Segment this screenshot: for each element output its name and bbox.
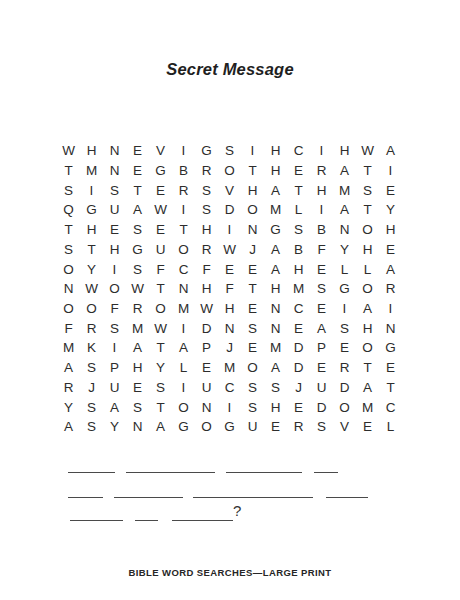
grid-cell[interactable]: R [57,378,80,398]
grid-cell[interactable]: S [195,200,218,220]
grid-cell[interactable]: M [333,180,356,200]
grid-cell[interactable]: N [103,161,126,181]
grid-cell[interactable]: U [195,378,218,398]
grid-cell[interactable]: U [103,200,126,220]
grid-cell[interactable]: J [287,378,310,398]
word-search-grid: WHNEVIGSIHCIHWATMNEGBROTHERATISISTERSVHA… [57,141,402,437]
grid-cell[interactable]: T [356,161,379,181]
grid-cell[interactable]: Y [103,417,126,437]
grid-cell[interactable]: E [126,378,149,398]
grid-cell[interactable]: E [264,417,287,437]
grid-cell[interactable]: H [379,220,402,240]
grid-cell[interactable]: G [149,161,172,181]
grid-cell[interactable]: E [310,259,333,279]
grid-cell[interactable]: E [103,220,126,240]
answer-blank[interactable] [114,497,183,498]
grid-cell[interactable]: O [241,200,264,220]
grid-cell[interactable]: E [287,161,310,181]
grid-cell[interactable]: O [356,338,379,358]
grid-cell[interactable]: O [333,398,356,418]
grid-cell[interactable]: T [356,358,379,378]
grid-cell[interactable]: W [80,279,103,299]
grid-cell[interactable]: L [172,358,195,378]
grid-cell[interactable]: Q [57,200,80,220]
grid-cell[interactable]: S [103,319,126,339]
grid-cell[interactable]: E [126,141,149,161]
grid-cell[interactable]: I [333,299,356,319]
grid-cell[interactable]: N [195,398,218,418]
grid-cell[interactable]: P [310,338,333,358]
grid-cell[interactable]: G [80,200,103,220]
grid-cell[interactable]: E [310,299,333,319]
grid-cell[interactable]: T [149,279,172,299]
grid-cell[interactable]: O [241,358,264,378]
grid-cell[interactable]: C [287,141,310,161]
answer-blank[interactable] [314,472,338,473]
answer-blank[interactable] [326,497,368,498]
grid-cell[interactable]: A [172,338,195,358]
answer-blank[interactable] [68,472,115,473]
grid-cell[interactable]: T [356,200,379,220]
grid-cell[interactable]: H [241,180,264,200]
grid-cell[interactable]: A [264,180,287,200]
grid-cell[interactable]: G [264,220,287,240]
grid-cell[interactable]: S [80,417,103,437]
grid-cell[interactable]: A [310,319,333,339]
grid-cell[interactable]: W [218,240,241,260]
grid-cell[interactable]: P [195,338,218,358]
grid-cell[interactable]: H [126,358,149,378]
grid-cell[interactable]: S [126,398,149,418]
grid-cell[interactable]: E [287,398,310,418]
grid-cell[interactable]: J [218,338,241,358]
grid-cell[interactable]: O [218,161,241,181]
grid-cell[interactable]: S [356,180,379,200]
grid-cell[interactable]: C [218,378,241,398]
grid-cell[interactable]: M [287,279,310,299]
grid-cell[interactable]: W [149,319,172,339]
grid-cell[interactable]: H [356,319,379,339]
grid-cell[interactable]: T [80,240,103,260]
grid-cell[interactable]: M [126,319,149,339]
grid-cell[interactable]: E [149,180,172,200]
grid-cell[interactable]: A [126,338,149,358]
grid-cell[interactable]: C [287,299,310,319]
grid-cell[interactable]: I [218,398,241,418]
grid-cell[interactable]: I [172,200,195,220]
grid-cell[interactable]: A [333,200,356,220]
grid-cell[interactable]: A [103,398,126,418]
grid-cell[interactable]: J [241,240,264,260]
grid-cell[interactable]: H [218,299,241,319]
grid-cell[interactable]: B [287,240,310,260]
grid-cell[interactable]: W [356,141,379,161]
grid-cell[interactable]: E [241,259,264,279]
grid-cell[interactable]: I [172,319,195,339]
grid-cell[interactable]: Y [149,358,172,378]
grid-cell[interactable]: I [172,141,195,161]
grid-cell[interactable]: M [172,299,195,319]
grid-cell[interactable]: N [126,417,149,437]
grid-cell[interactable]: V [149,141,172,161]
grid-cell[interactable]: I [379,299,402,319]
grid-cell[interactable]: H [103,240,126,260]
grid-cell[interactable]: S [57,240,80,260]
grid-cell[interactable]: E [356,417,379,437]
grid-cell[interactable]: I [310,200,333,220]
grid-cell[interactable]: W [149,200,172,220]
grid-cell[interactable]: W [195,299,218,319]
grid-cell[interactable]: J [80,378,103,398]
grid-cell[interactable]: A [264,240,287,260]
grid-cell[interactable]: D [287,338,310,358]
grid-cell[interactable]: K [80,338,103,358]
grid-cell[interactable]: T [126,180,149,200]
grid-cell[interactable]: E [149,220,172,240]
grid-cell[interactable]: A [126,200,149,220]
grid-cell[interactable]: I [218,220,241,240]
answer-blank[interactable] [126,472,215,473]
grid-cell[interactable]: R [195,161,218,181]
grid-cell[interactable]: M [80,161,103,181]
grid-cell[interactable]: N [264,319,287,339]
grid-cell[interactable]: H [195,220,218,240]
grid-cell[interactable]: B [172,161,195,181]
grid-cell[interactable]: A [379,259,402,279]
grid-cell[interactable]: T [149,398,172,418]
grid-cell[interactable]: O [149,299,172,319]
answer-blank[interactable] [226,472,302,473]
grid-cell[interactable]: T [241,161,264,181]
grid-cell[interactable]: S [57,180,80,200]
grid-cell[interactable]: R [287,417,310,437]
grid-cell[interactable]: G [333,279,356,299]
grid-cell[interactable]: S [149,378,172,398]
answer-blank[interactable] [193,497,313,498]
grid-cell[interactable]: A [333,161,356,181]
grid-cell[interactable]: H [80,141,103,161]
grid-cell[interactable]: C [172,259,195,279]
grid-cell[interactable]: S [264,378,287,398]
grid-cell[interactable]: A [57,358,80,378]
grid-cell[interactable]: D [333,378,356,398]
grid-cell[interactable]: G [195,141,218,161]
answer-blank[interactable] [135,520,158,521]
grid-cell[interactable]: S [195,180,218,200]
grid-cell[interactable]: H [310,180,333,200]
grid-cell[interactable]: E [287,319,310,339]
grid-cell[interactable]: E [310,358,333,378]
grid-cell[interactable]: D [287,358,310,378]
page-footer: BIBLE WORD SEARCHES—LARGE PRINT [0,567,460,578]
grid-cell[interactable]: H [264,279,287,299]
grid-cell[interactable]: I [103,338,126,358]
grid-cell[interactable]: H [264,398,287,418]
grid-cell[interactable]: N [172,279,195,299]
grid-cell[interactable]: E [241,338,264,358]
grid-cell[interactable]: O [57,259,80,279]
grid-cell[interactable]: S [287,220,310,240]
grid-cell[interactable]: M [264,200,287,220]
grid-cell[interactable]: L [356,259,379,279]
answer-blank[interactable] [172,520,233,521]
grid-cell[interactable]: G [172,417,195,437]
grid-cell[interactable]: D [218,200,241,220]
grid-cell[interactable]: F [57,319,80,339]
grid-cell[interactable]: F [195,259,218,279]
grid-cell[interactable]: N [264,299,287,319]
grid-cell[interactable]: S [218,141,241,161]
grid-cell[interactable]: S [310,417,333,437]
grid-cell[interactable]: D [310,398,333,418]
grid-cell[interactable]: I [80,180,103,200]
grid-cell[interactable]: O [103,279,126,299]
grid-cell[interactable]: F [310,240,333,260]
puzzle-title: Secret Message [0,60,460,79]
grid-cell[interactable]: H [356,240,379,260]
grid-cell[interactable]: W [126,279,149,299]
grid-cell[interactable]: S [241,378,264,398]
grid-cell[interactable]: W [57,141,80,161]
grid-cell[interactable]: O [80,299,103,319]
grid-cell[interactable]: Y [379,200,402,220]
grid-cell[interactable]: I [310,141,333,161]
grid-cell[interactable]: E [379,358,402,378]
grid-cell[interactable]: H [264,161,287,181]
grid-cell[interactable]: I [103,259,126,279]
grid-cell[interactable]: R [379,279,402,299]
grid-cell[interactable]: V [333,417,356,437]
grid-cell[interactable]: N [218,319,241,339]
grid-cell[interactable]: M [264,338,287,358]
grid-cell[interactable]: E [195,358,218,378]
grid-cell[interactable]: S [333,319,356,339]
grid-cell[interactable]: T [379,378,402,398]
grid-cell[interactable]: S [80,398,103,418]
grid-cell[interactable]: V [218,180,241,200]
grid-cell[interactable]: E [126,161,149,181]
grid-cell[interactable]: S [241,319,264,339]
grid-cell[interactable]: O [57,299,80,319]
grid-cell[interactable]: A [379,141,402,161]
grid-cell[interactable]: G [379,338,402,358]
grid-cell[interactable]: G [218,417,241,437]
grid-cell[interactable]: U [103,378,126,398]
grid-cell[interactable]: S [126,259,149,279]
grid-cell[interactable]: Y [333,240,356,260]
grid-cell[interactable]: S [80,358,103,378]
grid-cell[interactable]: D [195,319,218,339]
grid-cell[interactable]: T [287,180,310,200]
grid-cell[interactable]: R [172,180,195,200]
grid-cell[interactable]: T [57,220,80,240]
grid-cell[interactable]: N [57,279,80,299]
grid-cell[interactable]: A [264,358,287,378]
grid-cell[interactable]: M [218,358,241,378]
grid-cell[interactable]: I [172,378,195,398]
grid-cell[interactable]: I [241,141,264,161]
grid-cell[interactable]: E [218,259,241,279]
grid-cell[interactable]: F [149,259,172,279]
grid-cell[interactable]: H [333,141,356,161]
grid-cell[interactable]: R [195,240,218,260]
grid-cell[interactable]: O [356,220,379,240]
grid-cell[interactable]: A [149,417,172,437]
puzzle-page: Secret Message WHNEVIGSIHCIHWATMNEGBROTH… [0,0,460,600]
grid-cell[interactable]: N [241,220,264,240]
grid-cell[interactable]: Y [80,259,103,279]
grid-cell[interactable]: O [356,279,379,299]
grid-cell[interactable]: Y [57,398,80,418]
grid-cell[interactable]: E [241,299,264,319]
grid-cell[interactable]: R [80,319,103,339]
grid-cell[interactable]: S [310,279,333,299]
answer-blank[interactable] [70,520,123,521]
grid-cell[interactable]: N [379,319,402,339]
grid-cell[interactable]: S [126,220,149,240]
grid-cell[interactable]: T [172,220,195,240]
grid-cell[interactable]: S [241,398,264,418]
grid-cell[interactable]: T [57,161,80,181]
grid-cell[interactable]: E [333,338,356,358]
grid-cell[interactable]: H [264,141,287,161]
grid-cell[interactable]: F [103,299,126,319]
grid-cell[interactable]: L [333,259,356,279]
grid-cell[interactable]: T [149,338,172,358]
grid-cell[interactable]: U [149,240,172,260]
grid-cell[interactable]: E [379,180,402,200]
grid-cell[interactable]: B [310,220,333,240]
answer-blank[interactable] [68,497,103,498]
grid-cell[interactable]: S [103,180,126,200]
grid-cell[interactable]: L [379,417,402,437]
grid-cell[interactable]: N [103,141,126,161]
grid-cell[interactable]: L [287,200,310,220]
grid-cell[interactable]: O [172,398,195,418]
grid-cell[interactable]: A [264,259,287,279]
grid-cell[interactable]: I [379,161,402,181]
grid-cell[interactable]: T [241,279,264,299]
grid-cell[interactable]: P [103,358,126,378]
grid-cell[interactable]: C [379,398,402,418]
grid-cell[interactable]: A [356,299,379,319]
grid-cell[interactable]: M [356,398,379,418]
grid-cell[interactable]: H [195,279,218,299]
grid-cell[interactable]: H [287,259,310,279]
grid-cell[interactable]: F [218,279,241,299]
grid-cell[interactable]: M [57,338,80,358]
grid-cell[interactable]: U [310,378,333,398]
grid-cell[interactable]: O [195,417,218,437]
grid-cell[interactable]: R [310,161,333,181]
grid-cell[interactable]: A [57,417,80,437]
grid-cell[interactable]: R [333,358,356,378]
question-mark: ? [233,503,241,518]
grid-cell[interactable]: H [80,220,103,240]
grid-cell[interactable]: R [126,299,149,319]
grid-cell[interactable]: E [379,240,402,260]
grid-cell[interactable]: G [126,240,149,260]
grid-cell[interactable]: A [356,378,379,398]
grid-cell[interactable]: O [172,240,195,260]
grid-cell[interactable]: N [333,220,356,240]
grid-cell[interactable]: U [241,417,264,437]
